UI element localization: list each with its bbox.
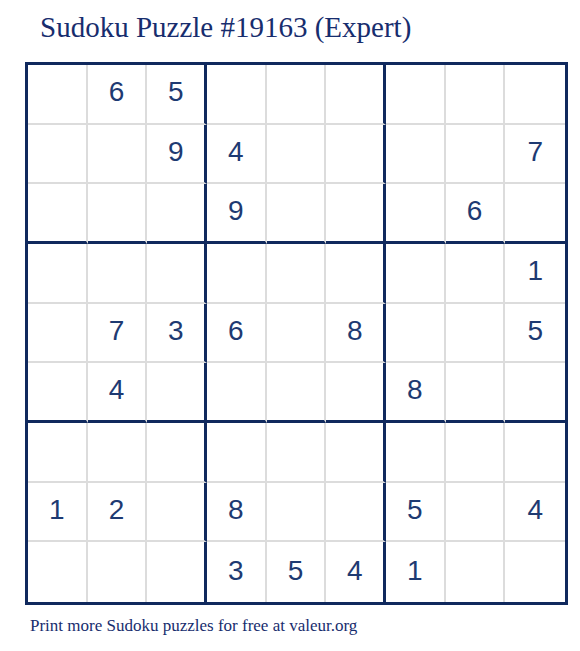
cell-r8c1: 1 (28, 483, 88, 543)
cell-r3c4: 9 (207, 184, 267, 244)
cell-r6c7: 8 (386, 363, 446, 423)
cell-r7c1[interactable] (28, 423, 88, 483)
cell-r9c1[interactable] (28, 542, 88, 602)
cell-r6c6[interactable] (326, 363, 386, 423)
cell-r6c8[interactable] (446, 363, 506, 423)
cell-r5c6: 8 (326, 304, 386, 364)
cell-r4c8[interactable] (446, 244, 506, 304)
cell-r4c4[interactable] (207, 244, 267, 304)
cell-r1c6[interactable] (326, 65, 386, 125)
cell-r1c9[interactable] (505, 65, 565, 125)
cell-r4c1[interactable] (28, 244, 88, 304)
cell-r8c9: 4 (505, 483, 565, 543)
cell-r5c4: 6 (207, 304, 267, 364)
cell-r5c9: 5 (505, 304, 565, 364)
cell-r2c7[interactable] (386, 125, 446, 185)
cell-r2c3: 9 (147, 125, 207, 185)
cell-r2c8[interactable] (446, 125, 506, 185)
cell-r2c2[interactable] (88, 125, 148, 185)
cell-r9c2[interactable] (88, 542, 148, 602)
cell-r8c7: 5 (386, 483, 446, 543)
cell-r9c5: 5 (267, 542, 327, 602)
cell-r8c6[interactable] (326, 483, 386, 543)
cell-r9c9[interactable] (505, 542, 565, 602)
cell-r6c1[interactable] (28, 363, 88, 423)
cell-r7c5[interactable] (267, 423, 327, 483)
cell-r8c4: 8 (207, 483, 267, 543)
cell-r5c7[interactable] (386, 304, 446, 364)
cell-r8c3[interactable] (147, 483, 207, 543)
cell-r7c3[interactable] (147, 423, 207, 483)
cell-r3c7[interactable] (386, 184, 446, 244)
cell-r3c8: 6 (446, 184, 506, 244)
cell-r3c2[interactable] (88, 184, 148, 244)
cell-r7c9[interactable] (505, 423, 565, 483)
cell-r1c1[interactable] (28, 65, 88, 125)
cell-r1c8[interactable] (446, 65, 506, 125)
cell-r6c9[interactable] (505, 363, 565, 423)
cell-r6c2: 4 (88, 363, 148, 423)
cell-r5c8[interactable] (446, 304, 506, 364)
cell-r7c6[interactable] (326, 423, 386, 483)
cell-r2c6[interactable] (326, 125, 386, 185)
cell-r8c8[interactable] (446, 483, 506, 543)
cell-r1c2: 6 (88, 65, 148, 125)
cell-r5c1[interactable] (28, 304, 88, 364)
cell-r6c4[interactable] (207, 363, 267, 423)
footer-text: Print more Sudoku puzzles for free at va… (30, 616, 357, 636)
cell-r7c7[interactable] (386, 423, 446, 483)
cell-r4c7[interactable] (386, 244, 446, 304)
cell-r1c7[interactable] (386, 65, 446, 125)
cell-r1c3: 5 (147, 65, 207, 125)
cell-r2c4: 4 (207, 125, 267, 185)
cell-r4c6[interactable] (326, 244, 386, 304)
cell-r1c4[interactable] (207, 65, 267, 125)
cell-r3c9[interactable] (505, 184, 565, 244)
cell-r6c5[interactable] (267, 363, 327, 423)
cell-r4c2[interactable] (88, 244, 148, 304)
cell-r4c5[interactable] (267, 244, 327, 304)
sudoku-board: 659479617368548128543541 (25, 62, 568, 605)
cell-r5c2: 7 (88, 304, 148, 364)
page: Sudoku Puzzle #19163 (Expert) 6594796173… (0, 0, 580, 651)
cell-r1c5[interactable] (267, 65, 327, 125)
cell-r9c8[interactable] (446, 542, 506, 602)
cell-r9c6: 4 (326, 542, 386, 602)
cell-r2c9: 7 (505, 125, 565, 185)
cell-r5c5[interactable] (267, 304, 327, 364)
cell-r9c4: 3 (207, 542, 267, 602)
cell-r9c7: 1 (386, 542, 446, 602)
cell-r4c3[interactable] (147, 244, 207, 304)
cell-r3c5[interactable] (267, 184, 327, 244)
cell-r5c3: 3 (147, 304, 207, 364)
cell-r7c8[interactable] (446, 423, 506, 483)
cell-r8c2: 2 (88, 483, 148, 543)
cell-r8c5[interactable] (267, 483, 327, 543)
cell-r6c3[interactable] (147, 363, 207, 423)
cell-r7c4[interactable] (207, 423, 267, 483)
cell-r2c1[interactable] (28, 125, 88, 185)
cell-r3c6[interactable] (326, 184, 386, 244)
cell-r9c3[interactable] (147, 542, 207, 602)
cell-r7c2[interactable] (88, 423, 148, 483)
cell-r3c3[interactable] (147, 184, 207, 244)
page-title: Sudoku Puzzle #19163 (Expert) (40, 11, 411, 44)
cell-r2c5[interactable] (267, 125, 327, 185)
cell-r3c1[interactable] (28, 184, 88, 244)
cell-r4c9: 1 (505, 244, 565, 304)
